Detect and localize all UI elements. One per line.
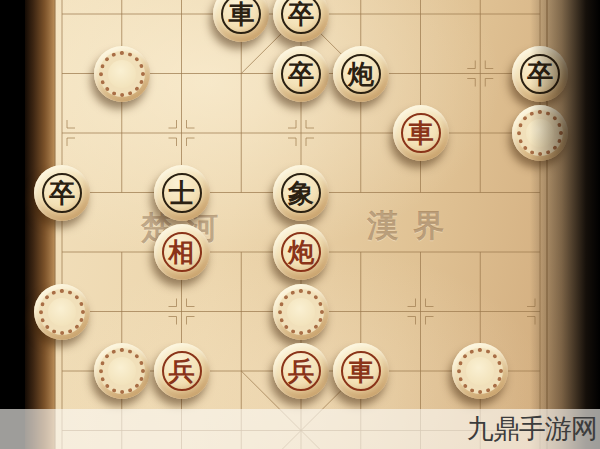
black-chariot-glyph: 車 — [221, 0, 261, 34]
black-pawn-glyph: 卒 — [281, 0, 321, 34]
red-cannon-glyph: 炮 — [281, 232, 321, 272]
piece-black-pawn[interactable]: 卒 — [34, 165, 90, 221]
red-chariot-glyph: 車 — [401, 113, 441, 153]
facedown-ring-pattern — [39, 289, 85, 335]
piece-facedown-piece[interactable] — [34, 284, 90, 340]
facedown-ring-pattern — [99, 51, 145, 97]
piece-black-pawn[interactable]: 卒 — [512, 46, 568, 102]
facedown-blank-face — [108, 357, 136, 385]
red-soldier-glyph: 兵 — [281, 351, 321, 391]
piece-black-elephant[interactable]: 象 — [273, 165, 329, 221]
facedown-ring-pattern — [457, 348, 503, 394]
piece-facedown-piece[interactable] — [273, 284, 329, 340]
facedown-blank-face — [287, 298, 315, 326]
facedown-blank-face — [48, 298, 76, 326]
piece-facedown-piece[interactable] — [512, 105, 568, 161]
facedown-blank-face — [108, 60, 136, 88]
watermark-band: 九鼎手游网 — [0, 409, 600, 449]
facedown-blank-face — [526, 119, 554, 147]
piece-facedown-piece[interactable] — [94, 46, 150, 102]
red-elephant-glyph: 相 — [162, 232, 202, 272]
piece-facedown-piece[interactable] — [94, 343, 150, 399]
piece-black-pawn[interactable]: 卒 — [273, 46, 329, 102]
black-advisor-glyph: 士 — [162, 173, 202, 213]
black-cannon-glyph: 炮 — [341, 54, 381, 94]
black-elephant-glyph: 象 — [281, 173, 321, 213]
river-label-han: 漢界 — [367, 205, 459, 247]
black-pawn-glyph: 卒 — [281, 54, 321, 94]
piece-black-cannon[interactable]: 炮 — [333, 46, 389, 102]
facedown-ring-pattern — [278, 289, 324, 335]
piece-red-chariot[interactable]: 車 — [393, 105, 449, 161]
piece-red-soldier[interactable]: 兵 — [154, 343, 210, 399]
piece-red-chariot[interactable]: 車 — [333, 343, 389, 399]
facedown-blank-face — [466, 357, 494, 385]
red-soldier-glyph: 兵 — [162, 351, 202, 391]
piece-red-soldier[interactable]: 兵 — [273, 343, 329, 399]
black-pawn-glyph: 卒 — [42, 173, 82, 213]
piece-red-elephant[interactable]: 相 — [154, 224, 210, 280]
facedown-ring-pattern — [99, 348, 145, 394]
piece-black-advisor[interactable]: 士 — [154, 165, 210, 221]
game-screenshot: 楚河 漢界 車卒卒炮卒車卒士象相炮兵兵車 九鼎手游网 — [0, 0, 600, 449]
piece-red-cannon[interactable]: 炮 — [273, 224, 329, 280]
red-chariot-glyph: 車 — [341, 351, 381, 391]
facedown-ring-pattern — [517, 110, 563, 156]
watermark-text: 九鼎手游网 — [467, 411, 597, 447]
black-pawn-glyph: 卒 — [520, 54, 560, 94]
piece-facedown-piece[interactable] — [452, 343, 508, 399]
